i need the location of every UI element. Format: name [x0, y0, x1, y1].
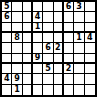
cell-r6c7-empty[interactable]	[64, 54, 74, 64]
cell-r4c7-empty[interactable]	[64, 33, 74, 43]
cell-r1c2-empty[interactable]	[12, 2, 22, 12]
cell-r1c7-given-6[interactable]: 6	[64, 2, 74, 12]
cell-r7c1-empty[interactable]	[2, 64, 12, 74]
cell-r7c6-empty[interactable]	[54, 64, 64, 74]
cell-r1c5-empty[interactable]	[43, 2, 53, 12]
cell-r9c5-empty[interactable]	[43, 85, 53, 95]
cell-r8c1-given-4[interactable]: 4	[2, 74, 12, 84]
cell-r7c2-empty[interactable]	[12, 64, 22, 74]
cell-r9c2-given-1[interactable]: 1	[12, 85, 22, 95]
cell-r6c1-empty[interactable]	[2, 54, 12, 64]
cell-r4c8-given-1[interactable]: 1	[74, 33, 84, 43]
cell-r6c6-empty[interactable]	[54, 54, 64, 64]
sudoku-board: 56364181462952491	[0, 0, 97, 97]
cell-r4c1-empty[interactable]	[2, 33, 12, 43]
cell-r8c2-given-9[interactable]: 9	[12, 74, 22, 84]
cell-r8c6-empty[interactable]	[54, 74, 64, 84]
cell-r3c6-empty[interactable]	[54, 23, 64, 33]
cell-r4c6-empty[interactable]	[54, 33, 64, 43]
cell-r8c3-empty[interactable]	[23, 74, 33, 84]
cell-r6c8-empty[interactable]	[74, 54, 84, 64]
cell-r7c3-empty[interactable]	[23, 64, 33, 74]
cell-r1c3-empty[interactable]	[23, 2, 33, 12]
cell-r3c3-empty[interactable]	[23, 23, 33, 33]
cell-r8c5-empty[interactable]	[43, 74, 53, 84]
cell-r9c1-empty[interactable]	[2, 85, 12, 95]
cell-r5c3-empty[interactable]	[23, 43, 33, 53]
cell-r5c1-empty[interactable]	[2, 43, 12, 53]
cell-r8c4-empty[interactable]	[33, 74, 43, 84]
cell-r2c3-empty[interactable]	[23, 12, 33, 22]
cell-r1c9-empty[interactable]	[85, 2, 95, 12]
cell-r6c3-empty[interactable]	[23, 54, 33, 64]
cell-r4c4-empty[interactable]	[33, 33, 43, 43]
cell-r5c2-empty[interactable]	[12, 43, 22, 53]
cell-r9c3-empty[interactable]	[23, 85, 33, 95]
cell-r9c7-empty[interactable]	[64, 85, 74, 95]
cell-r8c9-empty[interactable]	[85, 74, 95, 84]
cell-r5c6-given-2[interactable]: 2	[54, 43, 64, 53]
cell-r2c7-empty[interactable]	[64, 12, 74, 22]
cell-r1c1-given-5[interactable]: 5	[2, 2, 12, 12]
cell-r3c8-empty[interactable]	[74, 23, 84, 33]
cell-r1c8-given-3[interactable]: 3	[74, 2, 84, 12]
cell-r7c8-empty[interactable]	[74, 64, 84, 74]
cell-r7c4-empty[interactable]	[33, 64, 43, 74]
cell-r2c8-empty[interactable]	[74, 12, 84, 22]
cell-r3c9-empty[interactable]	[85, 23, 95, 33]
cell-r3c7-empty[interactable]	[64, 23, 74, 33]
cell-r7c9-empty[interactable]	[85, 64, 95, 74]
cell-r2c2-empty[interactable]	[12, 12, 22, 22]
cell-r9c6-empty[interactable]	[54, 85, 64, 95]
cell-r2c1-given-6[interactable]: 6	[2, 12, 12, 22]
cell-r3c4-given-1[interactable]: 1	[33, 23, 43, 33]
cell-r4c2-given-8[interactable]: 8	[12, 33, 22, 43]
cell-r5c9-empty[interactable]	[85, 43, 95, 53]
cell-r3c1-empty[interactable]	[2, 23, 12, 33]
cell-r1c4-empty[interactable]	[33, 2, 43, 12]
cell-r6c5-empty[interactable]	[43, 54, 53, 64]
cell-r9c8-empty[interactable]	[74, 85, 84, 95]
cell-r7c5-given-5[interactable]: 5	[43, 64, 53, 74]
cell-r4c3-empty[interactable]	[23, 33, 33, 43]
cell-r4c9-given-4[interactable]: 4	[85, 33, 95, 43]
cell-r2c6-empty[interactable]	[54, 12, 64, 22]
cell-r6c4-given-9[interactable]: 9	[33, 54, 43, 64]
cell-r4c5-empty[interactable]	[43, 33, 53, 43]
cell-r5c8-empty[interactable]	[74, 43, 84, 53]
cell-r3c5-empty[interactable]	[43, 23, 53, 33]
cell-r6c2-empty[interactable]	[12, 54, 22, 64]
cell-r8c7-empty[interactable]	[64, 74, 74, 84]
cell-r5c5-given-6[interactable]: 6	[43, 43, 53, 53]
cell-r1c6-empty[interactable]	[54, 2, 64, 12]
cell-r9c4-empty[interactable]	[33, 85, 43, 95]
cell-r7c7-given-2[interactable]: 2	[64, 64, 74, 74]
cell-r9c9-empty[interactable]	[85, 85, 95, 95]
cell-r3c2-empty[interactable]	[12, 23, 22, 33]
cell-r5c7-empty[interactable]	[64, 43, 74, 53]
cell-r2c5-empty[interactable]	[43, 12, 53, 22]
cell-r8c8-empty[interactable]	[74, 74, 84, 84]
cell-r2c9-empty[interactable]	[85, 12, 95, 22]
cell-r6c9-empty[interactable]	[85, 54, 95, 64]
